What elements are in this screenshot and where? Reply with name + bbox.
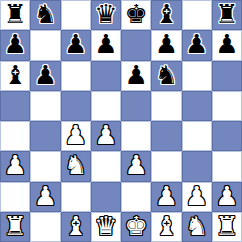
black-bishop-piece[interactable]: ♝ bbox=[3, 62, 26, 88]
white-bishop-piece[interactable]: ♝ bbox=[64, 213, 87, 239]
black-pawn-piece[interactable]: ♟ bbox=[3, 31, 26, 57]
square-d6[interactable] bbox=[91, 61, 121, 91]
square-e3[interactable]: ♟ bbox=[121, 151, 151, 181]
square-d8[interactable]: ♛ bbox=[91, 0, 121, 30]
square-a2[interactable] bbox=[0, 182, 30, 212]
black-pawn-piece[interactable]: ♟ bbox=[64, 31, 87, 57]
white-knight-piece[interactable]: ♞ bbox=[64, 152, 87, 178]
white-pawn-piece[interactable]: ♟ bbox=[185, 183, 208, 209]
square-g4[interactable] bbox=[182, 121, 212, 151]
square-f8[interactable]: ♝ bbox=[151, 0, 181, 30]
square-e1[interactable]: ♚ bbox=[121, 212, 151, 242]
square-h1[interactable]: ♜ bbox=[212, 212, 242, 242]
square-c2[interactable] bbox=[61, 182, 91, 212]
square-a3[interactable]: ♟ bbox=[0, 151, 30, 181]
square-c1[interactable]: ♝ bbox=[61, 212, 91, 242]
square-g2[interactable]: ♟ bbox=[182, 182, 212, 212]
square-c3[interactable]: ♞ bbox=[61, 151, 91, 181]
square-d4[interactable]: ♟ bbox=[91, 121, 121, 151]
square-f2[interactable]: ♟ bbox=[151, 182, 181, 212]
square-a6[interactable]: ♝ bbox=[0, 61, 30, 91]
black-pawn-piece[interactable]: ♟ bbox=[34, 62, 57, 88]
black-bishop-piece[interactable]: ♝ bbox=[155, 1, 178, 27]
square-h5[interactable] bbox=[212, 91, 242, 121]
black-queen-piece[interactable]: ♛ bbox=[94, 1, 117, 27]
square-h2[interactable]: ♟ bbox=[212, 182, 242, 212]
square-h4[interactable] bbox=[212, 121, 242, 151]
chess-board: ♜♞♛♚♝♜♟♟♟♟♟♟♝♟♟♞♟♟♟♞♟♟♟♟♟♜♝♛♚♝♞♜ bbox=[0, 0, 242, 242]
square-a5[interactable] bbox=[0, 91, 30, 121]
square-f6[interactable]: ♞ bbox=[151, 61, 181, 91]
black-knight-piece[interactable]: ♞ bbox=[34, 1, 57, 27]
square-c5[interactable] bbox=[61, 91, 91, 121]
square-d2[interactable] bbox=[91, 182, 121, 212]
white-queen-piece[interactable]: ♛ bbox=[94, 213, 117, 239]
black-pawn-piece[interactable]: ♟ bbox=[94, 31, 117, 57]
square-d1[interactable]: ♛ bbox=[91, 212, 121, 242]
square-b8[interactable]: ♞ bbox=[30, 0, 60, 30]
square-f7[interactable]: ♟ bbox=[151, 30, 181, 60]
square-c8[interactable] bbox=[61, 0, 91, 30]
black-pawn-piece[interactable]: ♟ bbox=[215, 31, 238, 57]
square-e7[interactable] bbox=[121, 30, 151, 60]
square-f5[interactable] bbox=[151, 91, 181, 121]
white-king-piece[interactable]: ♚ bbox=[124, 213, 147, 239]
black-pawn-piece[interactable]: ♟ bbox=[155, 31, 178, 57]
square-h6[interactable] bbox=[212, 61, 242, 91]
square-b1[interactable] bbox=[30, 212, 60, 242]
square-g6[interactable] bbox=[182, 61, 212, 91]
square-b6[interactable]: ♟ bbox=[30, 61, 60, 91]
square-e4[interactable] bbox=[121, 121, 151, 151]
square-h7[interactable]: ♟ bbox=[212, 30, 242, 60]
square-c6[interactable] bbox=[61, 61, 91, 91]
square-a4[interactable] bbox=[0, 121, 30, 151]
black-king-piece[interactable]: ♚ bbox=[124, 1, 147, 27]
square-b3[interactable] bbox=[30, 151, 60, 181]
white-pawn-piece[interactable]: ♟ bbox=[3, 152, 26, 178]
square-e5[interactable] bbox=[121, 91, 151, 121]
white-rook-piece[interactable]: ♜ bbox=[3, 213, 26, 239]
square-d3[interactable] bbox=[91, 151, 121, 181]
square-f3[interactable] bbox=[151, 151, 181, 181]
black-pawn-piece[interactable]: ♟ bbox=[185, 31, 208, 57]
square-a7[interactable]: ♟ bbox=[0, 30, 30, 60]
square-c7[interactable]: ♟ bbox=[61, 30, 91, 60]
square-g8[interactable] bbox=[182, 0, 212, 30]
white-knight-piece[interactable]: ♞ bbox=[185, 213, 208, 239]
white-pawn-piece[interactable]: ♟ bbox=[155, 183, 178, 209]
square-f1[interactable]: ♝ bbox=[151, 212, 181, 242]
black-rook-piece[interactable]: ♜ bbox=[3, 1, 26, 27]
square-g1[interactable]: ♞ bbox=[182, 212, 212, 242]
square-g3[interactable] bbox=[182, 151, 212, 181]
white-pawn-piece[interactable]: ♟ bbox=[94, 122, 117, 148]
square-b5[interactable] bbox=[30, 91, 60, 121]
square-b4[interactable] bbox=[30, 121, 60, 151]
white-pawn-piece[interactable]: ♟ bbox=[64, 122, 87, 148]
square-g7[interactable]: ♟ bbox=[182, 30, 212, 60]
square-d7[interactable]: ♟ bbox=[91, 30, 121, 60]
square-a1[interactable]: ♜ bbox=[0, 212, 30, 242]
white-bishop-piece[interactable]: ♝ bbox=[155, 213, 178, 239]
square-e2[interactable] bbox=[121, 182, 151, 212]
black-rook-piece[interactable]: ♜ bbox=[215, 1, 238, 27]
square-b7[interactable] bbox=[30, 30, 60, 60]
black-pawn-piece[interactable]: ♟ bbox=[124, 62, 147, 88]
white-pawn-piece[interactable]: ♟ bbox=[124, 152, 147, 178]
square-g5[interactable] bbox=[182, 91, 212, 121]
white-pawn-piece[interactable]: ♟ bbox=[34, 183, 57, 209]
square-a8[interactable]: ♜ bbox=[0, 0, 30, 30]
square-e6[interactable]: ♟ bbox=[121, 61, 151, 91]
square-d5[interactable] bbox=[91, 91, 121, 121]
square-f4[interactable] bbox=[151, 121, 181, 151]
white-rook-piece[interactable]: ♜ bbox=[215, 213, 238, 239]
white-pawn-piece[interactable]: ♟ bbox=[215, 183, 238, 209]
black-knight-piece[interactable]: ♞ bbox=[155, 62, 178, 88]
square-h8[interactable]: ♜ bbox=[212, 0, 242, 30]
square-b2[interactable]: ♟ bbox=[30, 182, 60, 212]
square-h3[interactable] bbox=[212, 151, 242, 181]
square-c4[interactable]: ♟ bbox=[61, 121, 91, 151]
square-e8[interactable]: ♚ bbox=[121, 0, 151, 30]
